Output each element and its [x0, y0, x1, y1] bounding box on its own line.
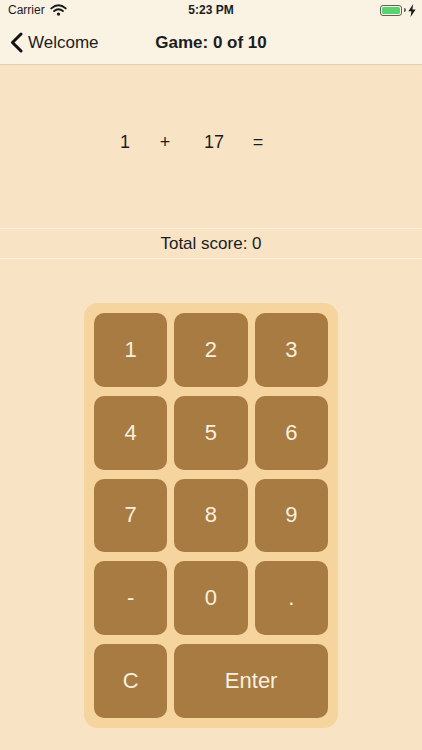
key-8[interactable]: 8 — [174, 479, 247, 553]
key-enter[interactable]: Enter — [174, 644, 328, 718]
operand-2: 17 — [204, 132, 224, 153]
status-bar: Carrier 5:23 PM — [0, 0, 422, 20]
key-clear[interactable]: C — [94, 644, 167, 718]
key-9[interactable]: 9 — [255, 479, 328, 553]
status-right — [380, 0, 416, 20]
battery-icon — [380, 5, 402, 16]
battery-fill — [382, 7, 400, 14]
math-problem: 1 + 17 = — [0, 132, 422, 156]
key-5[interactable]: 5 — [174, 396, 247, 470]
key-0[interactable]: 0 — [174, 561, 247, 635]
nav-bar: Welcome Game: 0 of 10 — [0, 20, 422, 65]
page-title: Game: 0 of 10 — [0, 20, 422, 65]
key-4[interactable]: 4 — [94, 396, 167, 470]
equals-sign: = — [253, 132, 264, 153]
total-score-label: Total score: 0 — [160, 234, 261, 254]
app-screen: Carrier 5:23 PM Welc — [0, 0, 422, 750]
key-3[interactable]: 3 — [255, 313, 328, 387]
key-7[interactable]: 7 — [94, 479, 167, 553]
status-time: 5:23 PM — [0, 0, 422, 20]
total-score-row: Total score: 0 — [0, 228, 422, 259]
keypad: 1 2 3 4 5 6 7 8 9 - 0 . C Enter — [84, 303, 338, 728]
key-1[interactable]: 1 — [94, 313, 167, 387]
key-2[interactable]: 2 — [174, 313, 247, 387]
top-chrome: Carrier 5:23 PM Welc — [0, 0, 422, 65]
key-6[interactable]: 6 — [255, 396, 328, 470]
charging-bolt-icon — [408, 4, 416, 17]
battery-tip — [404, 8, 406, 12]
operator-plus: + — [160, 132, 171, 153]
key-minus[interactable]: - — [94, 561, 167, 635]
key-dot[interactable]: . — [255, 561, 328, 635]
operand-1: 1 — [120, 132, 130, 153]
